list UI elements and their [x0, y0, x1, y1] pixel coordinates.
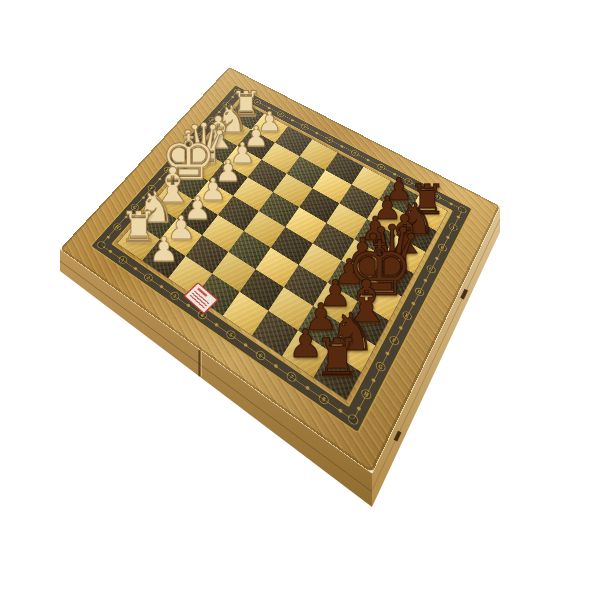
rank-label-medallion: 2 [142, 272, 154, 283]
rank-label-medallion: 8 [431, 192, 442, 201]
border-dot [273, 363, 278, 368]
border-dot [267, 107, 271, 110]
coordinate-glyph: H [114, 224, 120, 229]
border-dot [106, 235, 110, 239]
border-dot [371, 378, 376, 383]
rank-label-medallion: 5 [225, 329, 238, 341]
border-dot [356, 406, 361, 411]
coordinate-glyph: C [195, 134, 200, 138]
file-label-medallion: H [360, 387, 373, 401]
coordinate-glyph: E [165, 168, 170, 173]
border-dot [385, 351, 390, 356]
file-label-medallion: E [162, 166, 173, 175]
coordinate-glyph: 1 [255, 100, 259, 104]
coordinate-glyph: 8 [321, 396, 326, 403]
rank-label-medallion: 5 [350, 149, 360, 157]
coordinate-glyph: 8 [435, 194, 439, 198]
file-label-medallion: E [401, 310, 413, 322]
border-dot [217, 111, 221, 114]
border-dot [243, 343, 248, 348]
file-label-medallion: B [437, 243, 448, 253]
corner-medallion [95, 240, 107, 250]
coordinate-glyph: 1 [120, 257, 125, 262]
coordinate-glyph: 2 [279, 112, 283, 116]
coordinate-glyph: 5 [228, 332, 233, 338]
border-dot [159, 285, 164, 289]
coordinate-glyph: 6 [258, 352, 263, 358]
coordinate-glyph: 4 [327, 138, 331, 142]
coordinate-glyph: G [377, 363, 384, 370]
border-dot [315, 132, 319, 135]
border-dot [449, 202, 453, 206]
rank-label-medallion: 2 [276, 110, 286, 118]
coordinate-glyph: E [404, 312, 410, 318]
rank-label-medallion: 1 [253, 98, 263, 105]
coordinate-glyph: 2 [146, 275, 151, 280]
rank-label-medallion: 4 [324, 136, 334, 144]
border-dot [420, 187, 424, 190]
border-dot [231, 96, 235, 99]
rank-label-medallion: 3 [300, 123, 310, 131]
rank-label-medallion: 6 [376, 163, 386, 172]
border-dot [456, 215, 460, 219]
border-dot [340, 145, 344, 148]
coordinate-glyph: 3 [172, 293, 177, 298]
border-dot [338, 408, 343, 413]
coordinate-glyph: D [417, 289, 423, 295]
coordinate-glyph: D [181, 150, 186, 154]
border-dot [124, 215, 128, 219]
border-dot [189, 143, 193, 146]
rank-label-medallion: 7 [285, 370, 298, 383]
coordinate-glyph: 3 [303, 125, 307, 129]
rank-label-medallion: 6 [254, 349, 267, 362]
border-dot [174, 160, 178, 163]
coordinate-glyph: F [149, 186, 154, 191]
rank-label-medallion: 1 [117, 255, 129, 266]
border-dot [244, 95, 248, 98]
corner-medallion [457, 205, 468, 214]
border-dot [393, 173, 397, 176]
file-label-medallion: F [388, 334, 400, 346]
file-label-medallion: D [178, 149, 188, 157]
rank-label-medallion: 8 [317, 392, 330, 406]
border-dot [141, 196, 145, 200]
file-label-medallion: D [414, 286, 426, 297]
coordinate-glyph: 6 [379, 165, 383, 169]
border-dot [305, 385, 310, 390]
coordinate-glyph: 7 [289, 374, 294, 380]
border-dot [158, 177, 162, 180]
coordinate-glyph: H [363, 390, 370, 398]
border-dot [133, 267, 138, 271]
file-label-medallion: A [448, 222, 459, 232]
file-label-medallion: H [112, 222, 123, 232]
border-dot [186, 303, 191, 307]
coordinate-glyph: B [440, 245, 445, 250]
border-dot [291, 119, 295, 122]
file-label-medallion: C [425, 264, 436, 275]
border-dot [423, 278, 427, 282]
corner-medallion [346, 412, 359, 426]
coordinate-glyph: C [428, 266, 434, 272]
border-dot [435, 256, 439, 260]
file-label-medallion: B [207, 116, 217, 124]
border-dot [203, 126, 207, 129]
coordinate-glyph: 7 [406, 179, 410, 183]
coordinate-glyph: A [450, 224, 455, 229]
border-dot [214, 322, 219, 327]
coordinate-glyph: F [391, 337, 397, 343]
file-label-medallion: G [129, 202, 140, 211]
file-label-medallion: A [221, 101, 231, 108]
corner-medallion [233, 88, 243, 95]
rank-label-medallion: 3 [169, 290, 181, 301]
file-label-medallion: G [374, 360, 387, 373]
scene: 11AA22BB33CC44DD55EE66FF77GG88HH ♜♟♞♟♝♟♛… [0, 0, 600, 600]
border-dot [398, 326, 403, 331]
file-label-medallion: F [146, 184, 157, 193]
coordinate-glyph: G [132, 205, 138, 210]
border-dot [411, 301, 416, 305]
coordinate-glyph: 5 [353, 151, 357, 155]
rank-label-medallion: 7 [403, 177, 413, 186]
border-dot [366, 158, 370, 161]
coordinate-glyph: A [224, 103, 229, 107]
border-dot [108, 249, 112, 253]
border-dot [446, 235, 450, 239]
coordinate-glyph: B [210, 118, 215, 122]
file-label-medallion: C [193, 132, 203, 140]
